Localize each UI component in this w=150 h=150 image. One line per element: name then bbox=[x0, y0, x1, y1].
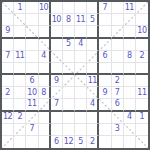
cell-r1c12[interactable] bbox=[136, 2, 148, 14]
cell-r7c6[interactable] bbox=[63, 75, 75, 87]
cell-r9c10[interactable]: 6 bbox=[112, 99, 124, 111]
cell-r9c11[interactable] bbox=[124, 99, 136, 111]
cell-r10c4[interactable] bbox=[39, 112, 51, 124]
cell-r6c12[interactable] bbox=[136, 63, 148, 75]
cell-r9c4[interactable] bbox=[39, 99, 51, 111]
cell-r4c7[interactable]: 4 bbox=[75, 39, 87, 51]
cell-r8c8[interactable] bbox=[87, 87, 99, 99]
cell-r8c6[interactable] bbox=[63, 87, 75, 99]
cell-r5c11[interactable]: 8 bbox=[124, 51, 136, 63]
cell-r10c3[interactable] bbox=[26, 112, 38, 124]
cell-r1c1[interactable] bbox=[2, 2, 14, 14]
cell-r12c3[interactable] bbox=[26, 136, 38, 148]
cell-r7c9[interactable] bbox=[99, 75, 111, 87]
cell-r4c10[interactable] bbox=[112, 39, 124, 51]
cell-r8c7[interactable] bbox=[75, 87, 87, 99]
cell-r6c11[interactable] bbox=[124, 63, 136, 75]
cell-r8c5[interactable] bbox=[51, 87, 63, 99]
cell-r5c7[interactable] bbox=[75, 51, 87, 63]
cell-r9c8[interactable]: 4 bbox=[87, 99, 99, 111]
cell-r4c12[interactable] bbox=[136, 39, 148, 51]
cell-r5c12[interactable]: 2 bbox=[136, 51, 148, 63]
cell-r5c10[interactable] bbox=[112, 51, 124, 63]
cell-r1c10[interactable] bbox=[112, 2, 124, 14]
cell-r5c8[interactable] bbox=[87, 51, 99, 63]
cell-r2c6[interactable]: 8 bbox=[63, 14, 75, 26]
cell-r6c6[interactable] bbox=[63, 63, 75, 75]
cell-r6c7[interactable] bbox=[75, 63, 87, 75]
cell-r11c5[interactable] bbox=[51, 124, 63, 136]
cell-r11c6[interactable] bbox=[63, 124, 75, 136]
cell-r11c10[interactable]: 3 bbox=[112, 124, 124, 136]
cell-r6c10[interactable] bbox=[112, 63, 124, 75]
cell-r4c8[interactable] bbox=[87, 39, 99, 51]
cell-r4c2[interactable] bbox=[14, 39, 26, 51]
cell-r5c6[interactable] bbox=[63, 51, 75, 63]
cell-r4c5[interactable] bbox=[51, 39, 63, 51]
cell-r1c11[interactable]: 11 bbox=[124, 2, 136, 14]
cell-r8c9[interactable]: 9 bbox=[99, 87, 111, 99]
cell-r1c5[interactable] bbox=[51, 2, 63, 14]
cell-r12c11[interactable] bbox=[124, 136, 136, 148]
cell-r10c8[interactable] bbox=[87, 112, 99, 124]
cell-r10c7[interactable] bbox=[75, 112, 87, 124]
cell-r11c2[interactable] bbox=[14, 124, 26, 136]
cell-r2c2[interactable] bbox=[14, 14, 26, 26]
cell-r10c9[interactable] bbox=[99, 112, 111, 124]
cell-r8c12[interactable]: 11 bbox=[136, 87, 148, 99]
cell-r10c12[interactable]: 1 bbox=[136, 112, 148, 124]
cell-r6c9[interactable] bbox=[99, 63, 111, 75]
cell-r11c4[interactable] bbox=[39, 124, 51, 136]
cell-r10c10[interactable] bbox=[112, 112, 124, 124]
cell-r3c3[interactable] bbox=[26, 26, 38, 38]
cell-r3c8[interactable] bbox=[87, 26, 99, 38]
cell-r7c7[interactable] bbox=[75, 75, 87, 87]
cell-r9c6[interactable] bbox=[63, 99, 75, 111]
cell-r9c3[interactable]: 11 bbox=[26, 99, 38, 111]
cell-r9c9[interactable] bbox=[99, 99, 111, 111]
cell-r4c11[interactable] bbox=[124, 39, 136, 51]
cell-r4c4[interactable] bbox=[39, 39, 51, 51]
cell-r2c3[interactable] bbox=[26, 14, 38, 26]
cell-r3c10[interactable] bbox=[112, 26, 124, 38]
cell-r4c6[interactable]: 5 bbox=[63, 39, 75, 51]
cell-r1c2[interactable]: 1 bbox=[14, 2, 26, 14]
cell-r1c6[interactable] bbox=[63, 2, 75, 14]
cell-r2c4[interactable] bbox=[39, 14, 51, 26]
cell-r11c3[interactable]: 7 bbox=[26, 124, 38, 136]
cell-r3c5[interactable] bbox=[51, 26, 63, 38]
cell-r8c10[interactable]: 7 bbox=[112, 87, 124, 99]
cell-r12c12[interactable] bbox=[136, 136, 148, 148]
cell-r9c7[interactable] bbox=[75, 99, 87, 111]
cell-r5c1[interactable]: 7 bbox=[2, 51, 14, 63]
cell-r9c1[interactable] bbox=[2, 99, 14, 111]
cell-r6c8[interactable] bbox=[87, 63, 99, 75]
sudoku-board: 1107111081159105471146826911221089711117… bbox=[0, 0, 150, 150]
cell-r6c1[interactable] bbox=[2, 63, 14, 75]
cell-r7c8[interactable]: 11 bbox=[87, 75, 99, 87]
cell-r12c8[interactable]: 2 bbox=[87, 136, 99, 148]
cell-r7c12[interactable] bbox=[136, 75, 148, 87]
cell-r7c1[interactable] bbox=[2, 75, 14, 87]
cell-r5c5[interactable] bbox=[51, 51, 63, 63]
cell-r10c2[interactable]: 2 bbox=[14, 112, 26, 124]
cell-r9c5[interactable]: 7 bbox=[51, 99, 63, 111]
cell-r2c8[interactable]: 5 bbox=[87, 14, 99, 26]
cell-r12c1[interactable] bbox=[2, 136, 14, 148]
cell-r3c6[interactable] bbox=[63, 26, 75, 38]
cell-r12c9[interactable] bbox=[99, 136, 111, 148]
cell-r8c3[interactable]: 10 bbox=[26, 87, 38, 99]
cell-r9c2[interactable] bbox=[14, 99, 26, 111]
cell-r7c10[interactable]: 2 bbox=[112, 75, 124, 87]
cell-r2c9[interactable] bbox=[99, 14, 111, 26]
cell-r5c2[interactable]: 11 bbox=[14, 51, 26, 63]
cell-r6c4[interactable] bbox=[39, 63, 51, 75]
cell-r3c1[interactable]: 9 bbox=[2, 26, 14, 38]
cell-r11c8[interactable] bbox=[87, 124, 99, 136]
cell-r12c6[interactable]: 12 bbox=[63, 136, 75, 148]
cell-r2c5[interactable]: 10 bbox=[51, 14, 63, 26]
cell-r3c11[interactable] bbox=[124, 26, 136, 38]
cell-r2c7[interactable]: 11 bbox=[75, 14, 87, 26]
cell-r3c9[interactable] bbox=[99, 26, 111, 38]
cell-r12c2[interactable] bbox=[14, 136, 26, 148]
cell-r6c2[interactable] bbox=[14, 63, 26, 75]
cell-r1c8[interactable] bbox=[87, 2, 99, 14]
cell-r4c9[interactable] bbox=[99, 39, 111, 51]
cell-r11c9[interactable] bbox=[99, 124, 111, 136]
cell-r4c3[interactable] bbox=[26, 39, 38, 51]
cell-r8c2[interactable] bbox=[14, 87, 26, 99]
cell-r12c4[interactable] bbox=[39, 136, 51, 148]
cell-r6c5[interactable] bbox=[51, 63, 63, 75]
cell-r2c10[interactable] bbox=[112, 14, 124, 26]
cell-r3c2[interactable] bbox=[14, 26, 26, 38]
cell-r5c9[interactable]: 6 bbox=[99, 51, 111, 63]
cell-r5c3[interactable] bbox=[26, 51, 38, 63]
cell-r7c5[interactable]: 9 bbox=[51, 75, 63, 87]
cell-r10c11[interactable]: 4 bbox=[124, 112, 136, 124]
cell-r12c5[interactable]: 6 bbox=[51, 136, 63, 148]
cell-r1c3[interactable] bbox=[26, 2, 38, 14]
cell-r4c1[interactable] bbox=[2, 39, 14, 51]
cell-r12c7[interactable]: 5 bbox=[75, 136, 87, 148]
cell-r3c4[interactable] bbox=[39, 26, 51, 38]
cell-r8c4[interactable]: 8 bbox=[39, 87, 51, 99]
cell-r2c12[interactable] bbox=[136, 14, 148, 26]
cell-r2c1[interactable] bbox=[2, 14, 14, 26]
cell-r11c11[interactable] bbox=[124, 124, 136, 136]
cell-r3c12[interactable]: 10 bbox=[136, 26, 148, 38]
cell-r6c3[interactable] bbox=[26, 63, 38, 75]
cell-r7c2[interactable] bbox=[14, 75, 26, 87]
cell-r7c3[interactable]: 6 bbox=[26, 75, 38, 87]
cell-r3c7[interactable] bbox=[75, 26, 87, 38]
cell-r1c4[interactable]: 10 bbox=[39, 2, 51, 14]
cell-r1c9[interactable]: 7 bbox=[99, 2, 111, 14]
cell-r9c12[interactable] bbox=[136, 99, 148, 111]
cell-r7c11[interactable] bbox=[124, 75, 136, 87]
cell-r11c7[interactable] bbox=[75, 124, 87, 136]
cell-r5c4[interactable]: 4 bbox=[39, 51, 51, 63]
cell-r10c1[interactable]: 12 bbox=[2, 112, 14, 124]
cell-r8c11[interactable] bbox=[124, 87, 136, 99]
sudoku-grid: 1107111081159105471146826911221089711117… bbox=[2, 2, 148, 148]
cell-r12c10[interactable] bbox=[112, 136, 124, 148]
cell-r10c6[interactable] bbox=[63, 112, 75, 124]
cell-r8c1[interactable]: 2 bbox=[2, 87, 14, 99]
cell-r7c4[interactable] bbox=[39, 75, 51, 87]
cell-r1c7[interactable] bbox=[75, 2, 87, 14]
cell-r11c1[interactable] bbox=[2, 124, 14, 136]
cell-r11c12[interactable] bbox=[136, 124, 148, 136]
cell-r2c11[interactable] bbox=[124, 14, 136, 26]
cell-r10c5[interactable] bbox=[51, 112, 63, 124]
